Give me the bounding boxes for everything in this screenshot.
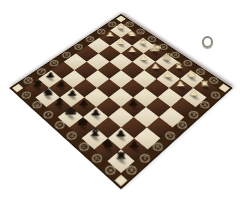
coordinate-medallion: 1 (211, 92, 221, 99)
chessboard: abcdefgh8♜♞♝♛♚♝♞♜87♟♟♟♟♟♟♟7665♟544332♟♟♟… (11, 15, 232, 188)
chessboard-scene: abcdefgh8♜♞♝♛♚♝♞♜87♟♟♟♟♟♟♟7665♟544332♟♟♟… (0, 0, 240, 199)
coordinate-medallion: 7 (37, 69, 47, 75)
coordinate-medallion: 8 (23, 77, 33, 84)
coordinate-medallion: 4 (177, 121, 187, 129)
coordinate-medallion: 2 (200, 101, 210, 108)
coordinate-medallion: b (195, 69, 205, 75)
coordinate-medallion: h (125, 22, 133, 27)
photo-frame: abcdefgh8♜♞♝♛♚♝♞♜87♟♟♟♟♟♟♟7665♟544332♟♟♟… (0, 0, 240, 199)
coordinate-medallion: 3 (86, 37, 95, 43)
coordinate-medallion: e (159, 44, 168, 50)
coordinate-medallion: f (147, 37, 156, 43)
coordinate-medallion: 7 (140, 154, 151, 163)
coordinate-medallion: 2 (97, 29, 105, 35)
coordinate-medallion: 5 (165, 132, 175, 140)
coordinate-medallion: 5 (62, 52, 71, 58)
coordinate-medallion: 4 (74, 44, 83, 50)
coordinate-medallion: g (136, 29, 144, 35)
coordinate-medallion: 6 (153, 143, 163, 151)
coordinate-medallion: a (208, 77, 218, 84)
coordinate-medallion: 3 (189, 111, 199, 119)
coordinate-medallion: 1 (109, 22, 117, 27)
coordinate-medallion: d (171, 52, 180, 58)
coordinate-medallion: 6 (50, 60, 59, 66)
coordinate-medallion: c (183, 60, 192, 66)
coordinate-medallion: 8 (127, 166, 138, 175)
